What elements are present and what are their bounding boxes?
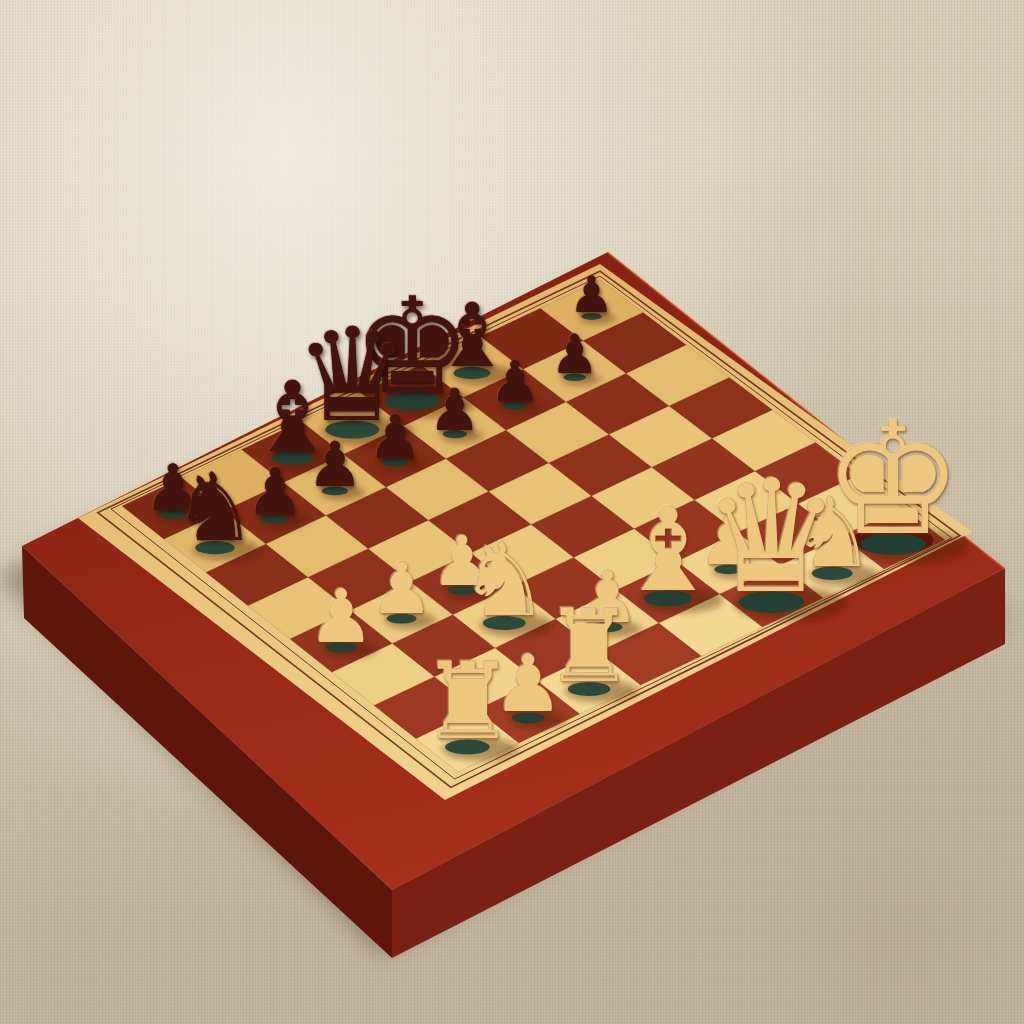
- felt-base: [195, 541, 234, 554]
- photo-scene: ♟♝♟♚♟♛♟♝♟♟♟♟♚♞♟♞♟♝♛♟♞♟♟♜♟♜: [0, 0, 1024, 1024]
- felt-base: [714, 565, 743, 575]
- felt-base: [581, 313, 602, 320]
- felt-base: [483, 616, 526, 630]
- felt-base: [447, 585, 476, 595]
- felt-base: [262, 515, 289, 524]
- felt-base: [739, 591, 805, 613]
- felt-base: [512, 712, 545, 723]
- felt-base: [860, 533, 926, 555]
- felt-base: [812, 566, 853, 580]
- felt-base: [322, 487, 348, 496]
- felt-base: [592, 622, 622, 632]
- felt-base: [387, 614, 417, 624]
- felt-base: [568, 682, 610, 696]
- felt-base: [159, 510, 186, 519]
- felt-base: [644, 590, 692, 606]
- felt-base: [326, 642, 357, 652]
- felt-base: [272, 451, 313, 465]
- felt-base: [454, 367, 491, 379]
- felt-base: [384, 392, 439, 410]
- felt-base: [563, 374, 586, 382]
- felt-base: [443, 430, 467, 438]
- felt-base: [382, 458, 407, 466]
- felt-base: [325, 421, 379, 439]
- felt-base: [503, 402, 527, 410]
- felt-base: [445, 739, 490, 754]
- chess-board: [0, 0, 1024, 1024]
